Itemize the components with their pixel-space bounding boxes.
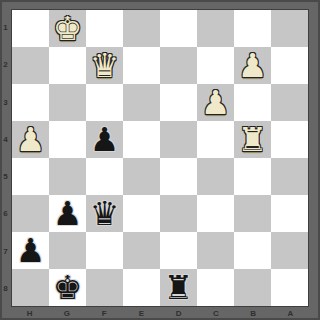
square-h6[interactable]	[12, 195, 49, 232]
square-g4[interactable]	[49, 121, 86, 158]
rank-label-7: 7	[0, 233, 11, 270]
square-d1[interactable]	[160, 10, 197, 47]
square-b2[interactable]: ♟	[234, 47, 271, 84]
square-c3[interactable]: ♟	[197, 84, 234, 121]
square-g5[interactable]	[49, 158, 86, 195]
square-e5[interactable]	[123, 158, 160, 195]
piece-white-pawn-c3[interactable]: ♟	[197, 84, 234, 121]
square-a4[interactable]	[271, 121, 308, 158]
chess-board-frame: ♚♛♟♟♟♟♜♟♛♟♚♜ 12345678 HGFEDCBA	[0, 0, 320, 320]
rank-label-2: 2	[0, 46, 11, 83]
square-d2[interactable]	[160, 47, 197, 84]
square-f7[interactable]	[86, 232, 123, 269]
piece-black-pawn-h7[interactable]: ♟	[12, 232, 49, 269]
square-h5[interactable]	[12, 158, 49, 195]
square-b6[interactable]	[234, 195, 271, 232]
square-f2[interactable]: ♛	[86, 47, 123, 84]
square-g6[interactable]: ♟	[49, 195, 86, 232]
square-a1[interactable]	[271, 10, 308, 47]
square-f4[interactable]: ♟	[86, 121, 123, 158]
file-label-g: G	[48, 307, 85, 320]
square-c6[interactable]	[197, 195, 234, 232]
square-f3[interactable]	[86, 84, 123, 121]
piece-white-pawn-b2[interactable]: ♟	[234, 47, 271, 84]
piece-white-pawn-h4[interactable]: ♟	[12, 121, 49, 158]
square-a6[interactable]	[271, 195, 308, 232]
square-c4[interactable]	[197, 121, 234, 158]
square-h2[interactable]	[12, 47, 49, 84]
chess-board: ♚♛♟♟♟♟♜♟♛♟♚♜	[11, 9, 309, 307]
square-e6[interactable]	[123, 195, 160, 232]
square-e2[interactable]	[123, 47, 160, 84]
square-c5[interactable]	[197, 158, 234, 195]
piece-black-rook-d8[interactable]: ♜	[160, 269, 197, 306]
square-f8[interactable]	[86, 269, 123, 306]
square-b1[interactable]	[234, 10, 271, 47]
square-g8[interactable]: ♚	[49, 269, 86, 306]
square-f1[interactable]	[86, 10, 123, 47]
rank-label-6: 6	[0, 195, 11, 232]
square-d5[interactable]	[160, 158, 197, 195]
square-h4[interactable]: ♟	[12, 121, 49, 158]
square-e8[interactable]	[123, 269, 160, 306]
square-d4[interactable]	[160, 121, 197, 158]
file-label-a: A	[272, 307, 309, 320]
square-e3[interactable]	[123, 84, 160, 121]
piece-white-rook-b4[interactable]: ♜	[234, 121, 271, 158]
piece-black-pawn-f4[interactable]: ♟	[86, 121, 123, 158]
square-h7[interactable]: ♟	[12, 232, 49, 269]
rank-label-5: 5	[0, 158, 11, 195]
square-c1[interactable]	[197, 10, 234, 47]
square-a7[interactable]	[271, 232, 308, 269]
square-b5[interactable]	[234, 158, 271, 195]
file-labels: HGFEDCBA	[11, 307, 309, 320]
square-c8[interactable]	[197, 269, 234, 306]
square-h1[interactable]	[12, 10, 49, 47]
square-b3[interactable]	[234, 84, 271, 121]
square-f5[interactable]	[86, 158, 123, 195]
piece-white-king-g1[interactable]: ♚	[49, 10, 86, 47]
square-f6[interactable]: ♛	[86, 195, 123, 232]
square-g1[interactable]: ♚	[49, 10, 86, 47]
square-g3[interactable]	[49, 84, 86, 121]
file-label-d: D	[160, 307, 197, 320]
square-b8[interactable]	[234, 269, 271, 306]
square-c7[interactable]	[197, 232, 234, 269]
rank-label-1: 1	[0, 9, 11, 46]
square-g2[interactable]	[49, 47, 86, 84]
square-d6[interactable]	[160, 195, 197, 232]
square-d7[interactable]	[160, 232, 197, 269]
file-label-f: F	[86, 307, 123, 320]
piece-black-pawn-g6[interactable]: ♟	[49, 195, 86, 232]
square-b7[interactable]	[234, 232, 271, 269]
square-h3[interactable]	[12, 84, 49, 121]
square-a8[interactable]	[271, 269, 308, 306]
piece-black-king-g8[interactable]: ♚	[49, 269, 86, 306]
square-g7[interactable]	[49, 232, 86, 269]
rank-label-3: 3	[0, 84, 11, 121]
square-e4[interactable]	[123, 121, 160, 158]
square-a3[interactable]	[271, 84, 308, 121]
square-h8[interactable]	[12, 269, 49, 306]
file-label-c: C	[197, 307, 234, 320]
file-label-b: B	[235, 307, 272, 320]
square-d8[interactable]: ♜	[160, 269, 197, 306]
square-a5[interactable]	[271, 158, 308, 195]
square-b4[interactable]: ♜	[234, 121, 271, 158]
file-label-h: H	[11, 307, 48, 320]
square-c2[interactable]	[197, 47, 234, 84]
piece-white-queen-f2[interactable]: ♛	[86, 47, 123, 84]
square-a2[interactable]	[271, 47, 308, 84]
rank-label-4: 4	[0, 121, 11, 158]
square-e7[interactable]	[123, 232, 160, 269]
piece-black-queen-f6[interactable]: ♛	[86, 195, 123, 232]
file-label-e: E	[123, 307, 160, 320]
rank-labels: 12345678	[0, 9, 11, 307]
square-e1[interactable]	[123, 10, 160, 47]
square-d3[interactable]	[160, 84, 197, 121]
rank-label-8: 8	[0, 270, 11, 307]
